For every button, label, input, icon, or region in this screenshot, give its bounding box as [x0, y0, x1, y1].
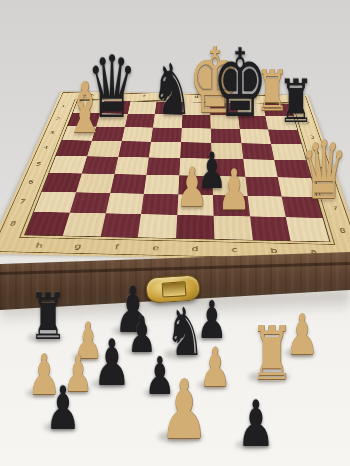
tray-piece-black-pawn-12[interactable]: ♟	[45, 378, 81, 438]
piece-white-pawn-c5[interactable]: ♟	[217, 162, 250, 218]
tray-piece-white-rook-14[interactable]: ♜	[250, 316, 294, 390]
tray-piece-black-pawn-16[interactable]: ♟	[237, 392, 275, 456]
piece-black-rook-a2[interactable]: ♜	[278, 71, 314, 131]
piece-white-pawn-e5[interactable]: ♟	[176, 161, 208, 215]
pieces-layer: ♜♚♞♛♚♜♝♟♛♟♟♟♟♜♟♟♞♟♜♟♟♟♟♟♟♟♟	[0, 0, 350, 466]
tray-piece-black-rook-1[interactable]: ♜	[29, 285, 67, 349]
piece-white-bishop-h3[interactable]: ♝	[64, 73, 105, 143]
photo-scene: hgfedcba hgfedcba 12345678 12345678 ♜♚♞♛…	[0, 0, 350, 466]
piece-black-knight-e2[interactable]: ♞	[151, 55, 192, 125]
piece-black-king-c2[interactable]: ♚	[212, 37, 268, 131]
tray-piece-white-pawn-13[interactable]: ♟	[160, 369, 209, 451]
piece-white-queen-a4[interactable]: ♛	[300, 131, 347, 211]
tray-piece-black-pawn-6[interactable]: ♟	[93, 331, 131, 395]
